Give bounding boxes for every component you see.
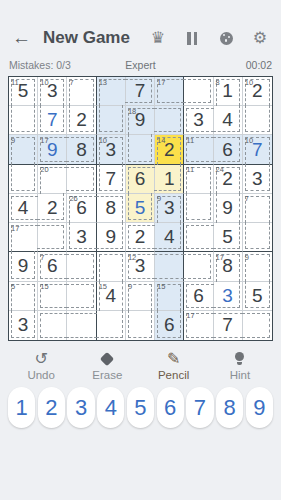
given-digit: 8 — [222, 255, 233, 277]
given-digit: 5 — [252, 285, 263, 307]
given-digit: 9 — [222, 197, 233, 219]
cell-r9c4[interactable] — [97, 311, 126, 340]
cell-r2c3[interactable]: 2 — [67, 106, 96, 135]
cell-r4c2[interactable]: 20 — [38, 165, 67, 194]
cell-r2c2[interactable]: 7 — [38, 106, 67, 135]
cage-sum-label: 17 — [157, 78, 165, 87]
cell-r1c4[interactable]: 13 — [97, 77, 126, 106]
cell-r8c3[interactable] — [67, 282, 96, 311]
numpad-button-9[interactable]: 9 — [246, 387, 273, 428]
numpad-button-5[interactable]: 5 — [127, 387, 154, 428]
given-digit: 3 — [252, 168, 263, 190]
given-digit: 6 — [135, 168, 146, 190]
numpad-button-1[interactable]: 1 — [8, 387, 35, 428]
cell-r6c3[interactable]: 3 — [67, 223, 96, 252]
control-label: Pencil — [158, 369, 189, 381]
cell-r1c8[interactable]: 81 — [214, 77, 243, 106]
pause-icon[interactable] — [183, 29, 201, 47]
cell-r5c8[interactable]: 9 — [214, 194, 243, 223]
crown-icon[interactable]: ♛ — [149, 29, 167, 47]
given-digit: 4 — [18, 197, 29, 219]
cell-r3c6[interactable]: 142 — [155, 135, 184, 164]
cell-r8c5[interactable]: 9 — [126, 282, 155, 311]
cell-r2c8[interactable]: 4 — [214, 106, 243, 135]
cell-r8c1[interactable]: 5 — [9, 282, 38, 311]
control-label: Hint — [230, 369, 250, 381]
cell-r3c1[interactable]: 9 — [9, 135, 38, 164]
cage-sum-label: 9 — [128, 282, 132, 291]
palette-icon[interactable] — [217, 29, 235, 47]
control-label: Erase — [92, 369, 122, 381]
user-digit: 7 — [47, 109, 58, 131]
cell-r9c2[interactable] — [38, 311, 67, 340]
cell-r4c5[interactable]: 6 — [126, 165, 155, 194]
user-digit: 9 — [47, 139, 58, 161]
numpad-button-3[interactable]: 3 — [67, 387, 94, 428]
cell-r2c5[interactable]: 189 — [126, 106, 155, 135]
cell-r5c9[interactable]: 7 — [243, 194, 272, 223]
given-digit: 6 — [47, 255, 58, 277]
given-digit: 8 — [105, 197, 116, 219]
cell-r3c8[interactable]: 6 — [214, 135, 243, 164]
given-digit: 1 — [164, 168, 175, 190]
eraser-icon — [102, 350, 112, 367]
given-digit: 3 — [105, 139, 116, 161]
cell-r1c2[interactable]: 103 — [38, 77, 67, 106]
cage-sum-label: 5 — [11, 282, 15, 291]
given-digit: 3 — [76, 226, 87, 248]
cell-r4c3[interactable] — [67, 165, 96, 194]
undo-button[interactable]: ↺Undo — [13, 350, 69, 381]
cage-sum-label: 9 — [245, 253, 249, 262]
given-digit: 5 — [18, 80, 29, 102]
given-digit: 9 — [105, 226, 116, 248]
cage-sum-label: 17 — [186, 311, 194, 320]
given-digit: 2 — [252, 80, 263, 102]
numpad-button-6[interactable]: 6 — [157, 387, 184, 428]
sudoku-board[interactable]: 1151037137178110272189349179810314211610… — [8, 76, 273, 341]
given-digit: 6 — [193, 285, 204, 307]
cell-r7c1[interactable]: 9 — [9, 252, 38, 281]
given-digit: 8 — [76, 139, 87, 161]
given-digit: 3 — [164, 197, 175, 219]
cell-r4c7[interactable]: 11 — [184, 165, 213, 194]
control-label: Undo — [27, 369, 55, 381]
user-digit: 5 — [135, 197, 146, 219]
given-digit: 4 — [164, 226, 175, 248]
cage-sum-label: 17 — [11, 224, 19, 233]
cage-sum-label: 7 — [69, 78, 73, 87]
given-digit: 2 — [76, 109, 87, 131]
cage-sum-label: 7 — [245, 194, 249, 203]
cell-r6c2[interactable] — [38, 223, 67, 252]
cell-r2c4[interactable] — [97, 106, 126, 135]
cell-r2c6[interactable] — [155, 106, 184, 135]
cell-r1c7[interactable] — [184, 77, 213, 106]
cell-r9c6[interactable]: 6 — [155, 311, 184, 340]
cell-r2c7[interactable]: 3 — [184, 106, 213, 135]
cell-r8c6[interactable]: 15 — [155, 282, 184, 311]
cell-r9c5[interactable] — [126, 311, 155, 340]
given-digit: 9 — [135, 109, 146, 131]
cell-r2c9[interactable] — [243, 106, 272, 135]
user-digit: 7 — [252, 139, 263, 161]
given-digit: 4 — [105, 285, 116, 307]
cell-r7c5[interactable]: 123 — [126, 252, 155, 281]
cell-r9c8[interactable]: 7 — [214, 311, 243, 340]
given-digit: 2 — [222, 168, 233, 190]
cell-r9c7[interactable]: 17 — [184, 311, 213, 340]
given-digit: 7 — [105, 168, 116, 190]
cell-r1c3[interactable]: 7 — [67, 77, 96, 106]
user-digit: 3 — [222, 285, 233, 307]
cell-r7c4[interactable] — [97, 252, 126, 281]
cell-r4c8[interactable]: 242 — [214, 165, 243, 194]
cell-r4c1[interactable] — [9, 165, 38, 194]
cell-r5c3[interactable]: 266 — [67, 194, 96, 223]
given-digit: 6 — [76, 197, 87, 219]
given-digit: 9 — [18, 255, 29, 277]
cell-r7c8[interactable]: 178 — [214, 252, 243, 281]
cell-r4c4[interactable]: 7 — [97, 165, 126, 194]
cell-r8c4[interactable]: 154 — [97, 282, 126, 311]
cage-sum-label: 15 — [157, 282, 165, 291]
cell-r6c6[interactable]: 4 — [155, 223, 184, 252]
cell-r8c8[interactable]: 3 — [214, 282, 243, 311]
pencil-button[interactable]: ✎Pencil — [146, 350, 202, 381]
given-digit: 3 — [18, 314, 29, 336]
cell-r7c2[interactable]: 76 — [38, 252, 67, 281]
cell-r7c9[interactable]: 9 — [243, 252, 272, 281]
undo-icon: ↺ — [34, 350, 47, 367]
controls-bar: ↺UndoErase✎PencilHint — [0, 350, 281, 381]
cell-r7c6[interactable] — [155, 252, 184, 281]
numpad-button-7[interactable]: 7 — [186, 387, 213, 428]
pencil-icon: ✎ — [167, 350, 180, 367]
hint-bulb-icon — [235, 350, 244, 367]
given-digit: 2 — [135, 226, 146, 248]
cell-r6c1[interactable]: 17 — [9, 223, 38, 252]
cell-r9c3[interactable] — [67, 311, 96, 340]
cage-sum-label: 8 — [216, 78, 220, 87]
cell-r5c2[interactable]: 2 — [38, 194, 67, 223]
cell-r1c9[interactable]: 102 — [243, 77, 272, 106]
erase-button[interactable]: Erase — [79, 350, 135, 381]
numpad-button-4[interactable]: 4 — [97, 387, 124, 428]
difficulty-label: Expert — [9, 59, 272, 71]
cell-r9c1[interactable]: 3 — [9, 311, 38, 340]
given-digit: 1 — [222, 80, 233, 102]
cell-r1c6[interactable]: 17 — [155, 77, 184, 106]
cage-sum-label: 13 — [99, 78, 107, 87]
hint-button[interactable]: Hint — [212, 350, 268, 381]
given-digit: 3 — [193, 109, 204, 131]
cell-r7c7[interactable] — [184, 252, 213, 281]
cell-r6c7[interactable] — [184, 223, 213, 252]
cell-r5c1[interactable]: 4 — [9, 194, 38, 223]
cell-r1c5[interactable]: 7 — [126, 77, 155, 106]
cell-r3c4[interactable]: 103 — [97, 135, 126, 164]
cell-r6c4[interactable]: 9 — [97, 223, 126, 252]
cell-r6c9[interactable] — [243, 223, 272, 252]
cell-r3c7[interactable]: 11 — [184, 135, 213, 164]
number-pad: 123456789 — [8, 387, 273, 428]
cell-r3c3[interactable]: 8 — [67, 135, 96, 164]
given-digit: 7 — [135, 80, 146, 102]
cage-sum-label: 11 — [186, 136, 194, 145]
cell-r5c6[interactable]: 93 — [155, 194, 184, 223]
given-digit: 4 — [222, 109, 233, 131]
cell-r8c9[interactable]: 5 — [243, 282, 272, 311]
given-digit: 5 — [222, 226, 233, 248]
cell-r4c9[interactable]: 3 — [243, 165, 272, 194]
gear-icon[interactable]: ⚙ — [251, 29, 269, 47]
cell-r8c7[interactable]: 6 — [184, 282, 213, 311]
cell-r3c2[interactable]: 179 — [38, 135, 67, 164]
cell-r5c5[interactable]: 5 — [126, 194, 155, 223]
numpad-button-2[interactable]: 2 — [38, 387, 65, 428]
given-digit: 6 — [164, 314, 175, 336]
cell-r4c6[interactable]: 1 — [155, 165, 184, 194]
cell-r8c2[interactable]: 15 — [38, 282, 67, 311]
cage-sum-label: 9 — [11, 136, 15, 145]
back-arrow-icon[interactable]: ← — [12, 27, 31, 49]
given-digit: 2 — [164, 139, 175, 161]
given-digit: 3 — [47, 80, 58, 102]
cell-r5c7[interactable] — [184, 194, 213, 223]
cell-r1c1[interactable]: 115 — [9, 77, 38, 106]
cell-r6c8[interactable]: 5 — [214, 223, 243, 252]
cage-sum-label: 20 — [40, 165, 48, 174]
given-digit: 2 — [47, 197, 58, 219]
status-bar: Mistakes: 0/3 Expert 00:02 — [9, 59, 272, 71]
top-bar: ← New Game ♛ ⚙ — [0, 22, 281, 54]
cell-r3c9[interactable]: 107 — [243, 135, 272, 164]
given-digit: 6 — [222, 139, 233, 161]
cage-sum-label: 15 — [40, 282, 48, 291]
given-digit: 3 — [135, 255, 146, 277]
numpad-button-8[interactable]: 8 — [216, 387, 243, 428]
cell-r7c3[interactable] — [67, 252, 96, 281]
cell-r2c1[interactable] — [9, 106, 38, 135]
cell-r6c5[interactable]: 2 — [126, 223, 155, 252]
cage-sum-label: 7 — [40, 253, 44, 262]
given-digit: 7 — [222, 314, 233, 336]
page-title: New Game — [43, 28, 130, 48]
cage-sum-label: 11 — [186, 165, 194, 174]
cell-r5c4[interactable]: 8 — [97, 194, 126, 223]
cage-sum-label: 9 — [157, 194, 161, 203]
cell-r3c5[interactable] — [126, 135, 155, 164]
cell-r9c9[interactable] — [243, 311, 272, 340]
